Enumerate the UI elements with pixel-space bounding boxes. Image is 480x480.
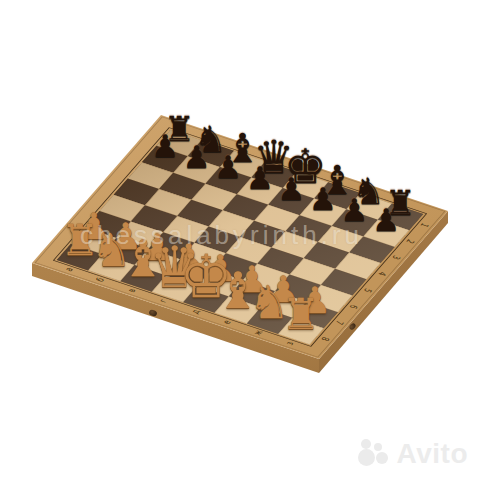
avito-dot <box>374 443 382 451</box>
square-c8 <box>219 151 265 178</box>
rank-label: 6 <box>347 303 359 309</box>
file-label: ж <box>252 329 265 336</box>
square-h5 <box>335 252 381 279</box>
file-label: а <box>63 266 74 272</box>
square-f3 <box>243 264 289 291</box>
file-label: в <box>126 288 137 294</box>
square-g3 <box>275 274 321 301</box>
square-b7 <box>174 156 220 183</box>
square-d7 <box>237 178 283 205</box>
square-d8 <box>251 161 297 188</box>
square-d1 <box>152 275 198 302</box>
avito-dot <box>361 439 371 449</box>
clasp-icon <box>148 309 157 317</box>
square-h4 <box>321 269 367 296</box>
square-g4 <box>289 258 335 285</box>
square-e8 <box>283 172 329 199</box>
square-g8 <box>346 193 392 220</box>
file-label: б <box>95 277 106 283</box>
square-g1 <box>246 307 292 334</box>
avito-dot <box>358 449 375 466</box>
square-b6 <box>159 173 205 200</box>
avito-dot <box>376 452 388 464</box>
square-b1 <box>88 254 134 281</box>
square-c1 <box>120 265 166 292</box>
square-f8 <box>314 182 360 209</box>
avito-watermark: Avito <box>358 438 468 470</box>
square-f2 <box>229 280 275 307</box>
file-label: г <box>158 298 169 303</box>
square-b8 <box>188 140 234 167</box>
square-e7 <box>268 188 314 215</box>
square-e3 <box>212 253 258 280</box>
square-e1 <box>183 286 229 313</box>
square-e2 <box>197 270 243 297</box>
rank-label: 5 <box>362 287 374 293</box>
square-a8 <box>156 129 202 156</box>
square-d2 <box>166 259 212 286</box>
rank-label: 3 <box>390 255 402 261</box>
square-h1 <box>278 318 324 345</box>
square-a7 <box>142 146 188 173</box>
rank-label: 8 <box>319 336 331 342</box>
file-label: е <box>221 319 232 325</box>
square-c7 <box>205 167 251 194</box>
avito-wordmark: Avito <box>397 438 468 470</box>
square-d6 <box>223 194 269 221</box>
rank-label: 4 <box>376 271 388 277</box>
square-h2 <box>292 301 338 328</box>
square-h3 <box>306 285 352 312</box>
square-b5 <box>145 189 191 216</box>
product-photo: абвгдежз12345678 ♜♞♝♛♚♝♞♜♟♟♟♟♟♟♟♟♟♟♟♟♟♟♟… <box>0 0 480 480</box>
file-label: з <box>285 341 296 346</box>
square-f1 <box>215 296 261 323</box>
square-a5 <box>114 178 160 205</box>
square-g2 <box>261 291 307 318</box>
watermark-text: chessalabyrinth.ru <box>80 220 460 251</box>
square-c6 <box>191 183 237 210</box>
square-a4 <box>99 195 145 222</box>
file-label: д <box>189 309 201 315</box>
square-a6 <box>128 162 174 189</box>
square-f4 <box>257 248 303 275</box>
avito-logo-icon <box>358 438 392 470</box>
rank-label: 7 <box>333 320 345 326</box>
square-c2 <box>134 248 180 275</box>
